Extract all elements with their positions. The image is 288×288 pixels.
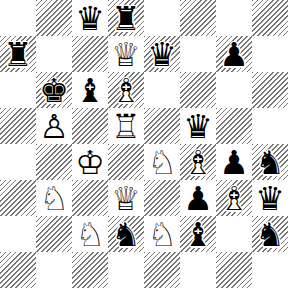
black-knight-piece: ♞ [252, 216, 288, 252]
square-h5[interactable] [252, 108, 288, 144]
square-f8[interactable] [180, 0, 216, 36]
white-bishop-piece: ♗ [108, 72, 144, 108]
square-c4[interactable]: ♚♔ [72, 144, 108, 180]
white-queen-piece: ♕ [108, 36, 144, 72]
square-h1[interactable] [252, 252, 288, 288]
piece-backing: ♟ [36, 108, 72, 144]
black-queen-piece: ♛ [72, 0, 108, 36]
square-g1[interactable] [216, 252, 252, 288]
square-b7[interactable] [36, 36, 72, 72]
piece-backing: ♝ [108, 72, 144, 108]
square-c2[interactable]: ♞♘ [72, 216, 108, 252]
square-e2[interactable]: ♞♘ [144, 216, 180, 252]
square-a2[interactable] [0, 216, 36, 252]
black-pawn-piece: ♟ [216, 144, 252, 180]
piece-backing: ♛ [72, 0, 108, 36]
square-e6[interactable] [144, 72, 180, 108]
white-bishop-piece: ♗ [216, 180, 252, 216]
piece-backing: ♛ [108, 180, 144, 216]
square-f4[interactable]: ♝♗ [180, 144, 216, 180]
square-b8[interactable] [36, 0, 72, 36]
piece-backing: ♟ [216, 36, 252, 72]
square-g8[interactable] [216, 0, 252, 36]
piece-backing: ♝ [180, 144, 216, 180]
black-queen-piece: ♛ [144, 36, 180, 72]
square-b6[interactable]: ♚♚ [36, 72, 72, 108]
square-g6[interactable] [216, 72, 252, 108]
square-e4[interactable]: ♞♘ [144, 144, 180, 180]
piece-backing: ♞ [108, 216, 144, 252]
square-g3[interactable]: ♝♗ [216, 180, 252, 216]
piece-backing: ♜ [108, 0, 144, 36]
chess-board: ♛♛♜♜♜♜♛♕♛♛♟♟♚♚♝♝♝♗♟♙♜♖♛♛♚♔♞♘♝♗♟♟♞♞♞♘♛♕♟♟… [0, 0, 288, 288]
square-a3[interactable] [0, 180, 36, 216]
piece-backing: ♛ [144, 36, 180, 72]
square-f6[interactable] [180, 72, 216, 108]
square-h3[interactable]: ♛♛ [252, 180, 288, 216]
black-bishop-piece: ♝ [180, 216, 216, 252]
square-d7[interactable]: ♛♕ [108, 36, 144, 72]
piece-backing: ♞ [144, 216, 180, 252]
square-h2[interactable]: ♞♞ [252, 216, 288, 252]
square-c7[interactable] [72, 36, 108, 72]
square-g2[interactable] [216, 216, 252, 252]
piece-backing: ♛ [252, 180, 288, 216]
piece-backing: ♞ [36, 180, 72, 216]
square-h6[interactable] [252, 72, 288, 108]
piece-backing: ♜ [108, 108, 144, 144]
square-d4[interactable] [108, 144, 144, 180]
square-h7[interactable] [252, 36, 288, 72]
square-h8[interactable] [252, 0, 288, 36]
black-rook-piece: ♜ [0, 36, 36, 72]
square-h4[interactable]: ♞♞ [252, 144, 288, 180]
square-a7[interactable]: ♜♜ [0, 36, 36, 72]
square-e1[interactable] [144, 252, 180, 288]
piece-backing: ♚ [72, 144, 108, 180]
black-pawn-piece: ♟ [180, 180, 216, 216]
piece-backing: ♞ [252, 216, 288, 252]
piece-backing: ♟ [180, 180, 216, 216]
square-a4[interactable] [0, 144, 36, 180]
piece-backing: ♞ [72, 216, 108, 252]
square-f1[interactable] [180, 252, 216, 288]
white-bishop-piece: ♗ [180, 144, 216, 180]
square-c1[interactable] [72, 252, 108, 288]
square-g4[interactable]: ♟♟ [216, 144, 252, 180]
black-queen-piece: ♛ [180, 108, 216, 144]
square-f7[interactable] [180, 36, 216, 72]
piece-backing: ♝ [180, 216, 216, 252]
black-bishop-piece: ♝ [72, 72, 108, 108]
square-a6[interactable] [0, 72, 36, 108]
white-queen-piece: ♕ [108, 180, 144, 216]
square-d3[interactable]: ♛♕ [108, 180, 144, 216]
white-knight-piece: ♘ [144, 144, 180, 180]
square-e8[interactable] [144, 0, 180, 36]
black-pawn-piece: ♟ [216, 36, 252, 72]
square-a8[interactable] [0, 0, 36, 36]
square-c3[interactable] [72, 180, 108, 216]
square-b4[interactable] [36, 144, 72, 180]
white-rook-piece: ♖ [108, 108, 144, 144]
piece-backing: ♟ [216, 144, 252, 180]
square-d5[interactable]: ♜♖ [108, 108, 144, 144]
piece-backing: ♞ [144, 144, 180, 180]
square-a1[interactable] [0, 252, 36, 288]
white-pawn-piece: ♙ [36, 108, 72, 144]
square-b5[interactable]: ♟♙ [36, 108, 72, 144]
square-c8[interactable]: ♛♛ [72, 0, 108, 36]
black-rook-piece: ♜ [108, 0, 144, 36]
black-queen-piece: ♛ [252, 180, 288, 216]
square-d6[interactable]: ♝♗ [108, 72, 144, 108]
square-d1[interactable] [108, 252, 144, 288]
piece-backing: ♝ [72, 72, 108, 108]
square-d2[interactable]: ♞♞ [108, 216, 144, 252]
square-b2[interactable] [36, 216, 72, 252]
white-knight-piece: ♘ [72, 216, 108, 252]
square-e7[interactable]: ♛♛ [144, 36, 180, 72]
white-knight-piece: ♘ [36, 180, 72, 216]
square-f2[interactable]: ♝♝ [180, 216, 216, 252]
piece-backing: ♛ [180, 108, 216, 144]
piece-backing: ♚ [36, 72, 72, 108]
white-king-piece: ♔ [72, 144, 108, 180]
piece-backing: ♝ [216, 180, 252, 216]
piece-backing: ♞ [252, 144, 288, 180]
square-c5[interactable] [72, 108, 108, 144]
piece-backing: ♜ [0, 36, 36, 72]
square-a5[interactable] [0, 108, 36, 144]
square-e5[interactable] [144, 108, 180, 144]
black-king-piece: ♚ [36, 72, 72, 108]
black-knight-piece: ♞ [252, 144, 288, 180]
white-knight-piece: ♘ [144, 216, 180, 252]
piece-backing: ♛ [108, 36, 144, 72]
square-c6[interactable]: ♝♝ [72, 72, 108, 108]
black-knight-piece: ♞ [108, 216, 144, 252]
square-g5[interactable] [216, 108, 252, 144]
square-g7[interactable]: ♟♟ [216, 36, 252, 72]
square-b1[interactable] [36, 252, 72, 288]
square-d8[interactable]: ♜♜ [108, 0, 144, 36]
square-f5[interactable]: ♛♛ [180, 108, 216, 144]
square-f3[interactable]: ♟♟ [180, 180, 216, 216]
square-b3[interactable]: ♞♘ [36, 180, 72, 216]
square-e3[interactable] [144, 180, 180, 216]
